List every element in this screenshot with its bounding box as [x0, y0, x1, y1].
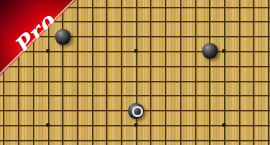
last-move-circle-marker [132, 106, 143, 117]
star-point [134, 49, 138, 53]
grid-line-horizontal [0, 140, 270, 141]
grid-line-horizontal [0, 95, 270, 96]
grid-line-horizontal [0, 81, 270, 82]
grid-line-horizontal [0, 36, 270, 37]
black-stone [202, 43, 218, 59]
grid-line-horizontal [0, 66, 270, 67]
star-point [46, 123, 50, 127]
star-point [46, 49, 50, 53]
star-point [222, 49, 226, 53]
screenshot: Pro [0, 0, 270, 145]
star-point [222, 123, 226, 127]
black-stone [55, 29, 71, 45]
star-point [134, 123, 138, 127]
black-stone-last-move [128, 103, 144, 119]
